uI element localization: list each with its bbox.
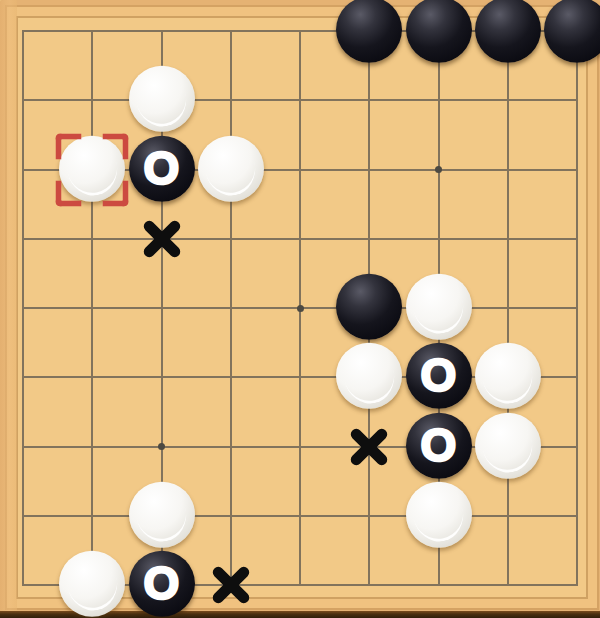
- intersection-E3[interactable]: [265, 412, 334, 481]
- intersection-C6[interactable]: [127, 204, 196, 273]
- intersection-E9[interactable]: [265, 0, 334, 66]
- x-mark: [208, 562, 254, 608]
- go-board[interactable]: OOOO: [0, 0, 600, 618]
- intersection-C2[interactable]: [127, 481, 196, 550]
- intersection-B4[interactable]: [58, 343, 127, 412]
- intersection-D7[interactable]: [196, 135, 265, 204]
- intersection-G4[interactable]: O: [404, 343, 473, 412]
- intersection-A3[interactable]: [0, 412, 58, 481]
- intersection-D4[interactable]: [196, 343, 265, 412]
- intersection-H2[interactable]: [473, 481, 542, 550]
- intersection-A5[interactable]: [0, 273, 58, 342]
- intersection-E6[interactable]: [265, 204, 334, 273]
- intersection-F8[interactable]: [335, 66, 404, 135]
- selection-bracket: [56, 133, 129, 206]
- intersection-D1[interactable]: [196, 550, 265, 618]
- intersection-D5[interactable]: [196, 273, 265, 342]
- black-stone: [336, 274, 402, 340]
- intersection-J1[interactable]: [542, 550, 600, 618]
- white-stone: [475, 412, 541, 478]
- intersection-C1[interactable]: O: [127, 550, 196, 618]
- selection-bracket-corner: [103, 133, 129, 159]
- intersection-F1[interactable]: [335, 550, 404, 618]
- intersection-J3[interactable]: [542, 412, 600, 481]
- intersection-B5[interactable]: [58, 273, 127, 342]
- intersection-F2[interactable]: [335, 481, 404, 550]
- intersection-G9[interactable]: [404, 0, 473, 66]
- intersection-G6[interactable]: [404, 204, 473, 273]
- black-stone: [544, 0, 600, 63]
- x-mark: [346, 424, 392, 470]
- intersection-A1[interactable]: [0, 550, 58, 618]
- intersection-C5[interactable]: [127, 273, 196, 342]
- intersection-D8[interactable]: [196, 66, 265, 135]
- intersection-H5[interactable]: [473, 273, 542, 342]
- intersection-J2[interactable]: [542, 481, 600, 550]
- intersection-J5[interactable]: [542, 273, 600, 342]
- intersection-F9[interactable]: [335, 0, 404, 66]
- intersection-G2[interactable]: [404, 481, 473, 550]
- intersection-B2[interactable]: [58, 481, 127, 550]
- intersection-B3[interactable]: [58, 412, 127, 481]
- intersection-A9[interactable]: [0, 0, 58, 66]
- intersection-C4[interactable]: [127, 343, 196, 412]
- intersection-E1[interactable]: [265, 550, 334, 618]
- intersection-G3[interactable]: O: [404, 412, 473, 481]
- intersection-G7[interactable]: [404, 135, 473, 204]
- intersection-G8[interactable]: [404, 66, 473, 135]
- intersection-A4[interactable]: [0, 343, 58, 412]
- intersections-grid: OOOO: [0, 0, 600, 618]
- intersection-J4[interactable]: [542, 343, 600, 412]
- selection-bracket-corner: [56, 180, 82, 206]
- intersection-C9[interactable]: [127, 0, 196, 66]
- white-stone: [129, 66, 195, 132]
- intersection-J7[interactable]: [542, 135, 600, 204]
- intersection-H9[interactable]: [473, 0, 542, 66]
- capture-label-o: O: [421, 422, 457, 468]
- intersection-C7[interactable]: O: [127, 135, 196, 204]
- intersection-E8[interactable]: [265, 66, 334, 135]
- intersection-F4[interactable]: [335, 343, 404, 412]
- black-stone: [406, 0, 472, 63]
- intersection-J6[interactable]: [542, 204, 600, 273]
- white-stone: [129, 481, 195, 547]
- white-stone: [406, 481, 472, 547]
- intersection-F3[interactable]: [335, 412, 404, 481]
- selection-bracket-corner: [103, 180, 129, 206]
- intersection-E4[interactable]: [265, 343, 334, 412]
- intersection-H7[interactable]: [473, 135, 542, 204]
- capture-label-o: O: [421, 352, 457, 398]
- intersection-C8[interactable]: [127, 66, 196, 135]
- intersection-H1[interactable]: [473, 550, 542, 618]
- intersection-B9[interactable]: [58, 0, 127, 66]
- capture-label-o: O: [144, 560, 180, 606]
- x-mark: [139, 216, 185, 262]
- intersection-B7[interactable]: [58, 135, 127, 204]
- intersection-A2[interactable]: [0, 481, 58, 550]
- intersection-F6[interactable]: [335, 204, 404, 273]
- white-stone: [475, 343, 541, 409]
- intersection-C3[interactable]: [127, 412, 196, 481]
- intersection-J9[interactable]: [542, 0, 600, 66]
- intersection-H8[interactable]: [473, 66, 542, 135]
- intersection-A6[interactable]: [0, 204, 58, 273]
- intersection-A7[interactable]: [0, 135, 58, 204]
- intersection-D3[interactable]: [196, 412, 265, 481]
- intersection-E5[interactable]: [265, 273, 334, 342]
- intersection-F7[interactable]: [335, 135, 404, 204]
- intersection-F5[interactable]: [335, 273, 404, 342]
- white-stone: [198, 135, 264, 201]
- intersection-E7[interactable]: [265, 135, 334, 204]
- intersection-G5[interactable]: [404, 273, 473, 342]
- intersection-G1[interactable]: [404, 550, 473, 618]
- intersection-A8[interactable]: [0, 66, 58, 135]
- intersection-E2[interactable]: [265, 481, 334, 550]
- intersection-J8[interactable]: [542, 66, 600, 135]
- white-stone: [406, 274, 472, 340]
- intersection-H4[interactable]: [473, 343, 542, 412]
- intersection-D6[interactable]: [196, 204, 265, 273]
- intersection-D2[interactable]: [196, 481, 265, 550]
- black-stone: [336, 0, 402, 63]
- capture-label-o: O: [144, 145, 180, 191]
- black-stone: [475, 0, 541, 63]
- intersection-H6[interactable]: [473, 204, 542, 273]
- white-stone: [336, 343, 402, 409]
- white-stone: [59, 551, 125, 617]
- intersection-B8[interactable]: [58, 66, 127, 135]
- selection-bracket-corner: [56, 133, 82, 159]
- intersection-H3[interactable]: [473, 412, 542, 481]
- intersection-D9[interactable]: [196, 0, 265, 66]
- intersection-B1[interactable]: [58, 550, 127, 618]
- intersection-B6[interactable]: [58, 204, 127, 273]
